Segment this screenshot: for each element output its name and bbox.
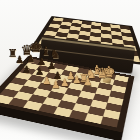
light-pawn: ♟ — [61, 78, 70, 88]
light-pawn: ♟ — [52, 80, 61, 90]
light-pawn: ♟ — [43, 76, 52, 86]
light-queen: ♛ — [96, 66, 109, 80]
light-pawn: ♟ — [84, 77, 93, 87]
dark-knight: ♞ — [50, 48, 61, 60]
light-pawn: ♟ — [73, 75, 82, 85]
chess-set-product-photo: ♜♛♚♝♞♟♟♟♟♟♟♟♚♛♝♞♜♟♟♟♟♟♟ — [0, 0, 140, 140]
dark-pawn: ♟ — [27, 54, 36, 64]
dark-pawn: ♟ — [23, 65, 32, 75]
